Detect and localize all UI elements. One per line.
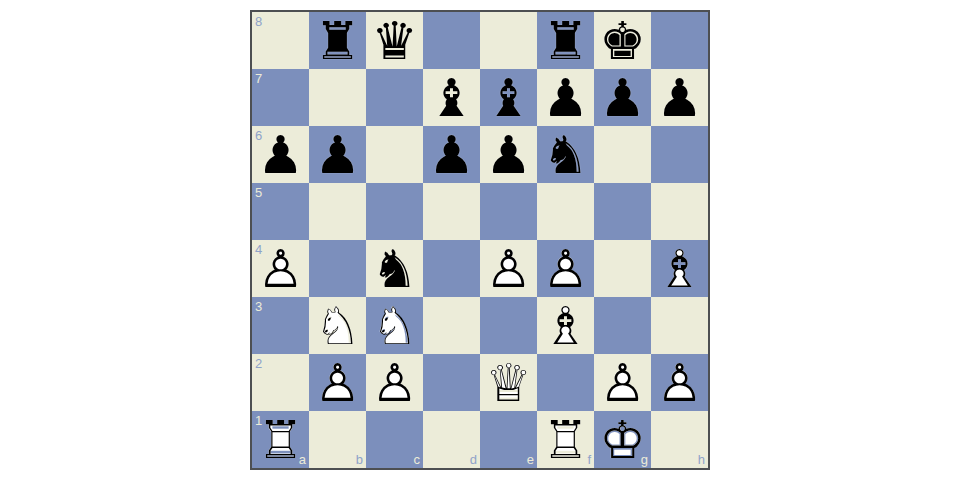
square-g2[interactable]: ♟♙ — [594, 354, 651, 411]
square-h5[interactable] — [651, 183, 708, 240]
square-c7[interactable] — [366, 69, 423, 126]
square-d4[interactable] — [423, 240, 480, 297]
square-a4[interactable]: 4♟♙ — [252, 240, 309, 297]
square-b8[interactable]: ♜ — [309, 12, 366, 69]
square-g3[interactable] — [594, 297, 651, 354]
square-c1[interactable]: c — [366, 411, 423, 468]
piece-outline: ♙ — [309, 354, 366, 411]
piece-black-bishop[interactable]: ♝ — [423, 69, 480, 126]
piece-black-knight[interactable]: ♞ — [537, 126, 594, 183]
square-e1[interactable]: e — [480, 411, 537, 468]
square-c3[interactable]: ♞♘ — [366, 297, 423, 354]
file-label-c: c — [414, 453, 421, 466]
piece-white-knight[interactable]: ♞♘ — [366, 297, 423, 354]
piece-black-pawn[interactable]: ♟ — [480, 126, 537, 183]
square-d5[interactable] — [423, 183, 480, 240]
square-b4[interactable] — [309, 240, 366, 297]
piece-white-pawn[interactable]: ♟♙ — [594, 354, 651, 411]
square-a8[interactable]: 8 — [252, 12, 309, 69]
square-e6[interactable]: ♟ — [480, 126, 537, 183]
square-b6[interactable]: ♟ — [309, 126, 366, 183]
piece-white-bishop[interactable]: ♝♗ — [537, 297, 594, 354]
piece-white-bishop[interactable]: ♝♗ — [651, 240, 708, 297]
piece-black-king[interactable]: ♚ — [594, 12, 651, 69]
square-f2[interactable] — [537, 354, 594, 411]
square-h4[interactable]: ♝♗ — [651, 240, 708, 297]
rank-label-8: 8 — [255, 15, 262, 28]
square-a6[interactable]: 6♟ — [252, 126, 309, 183]
piece-white-pawn[interactable]: ♟♙ — [252, 240, 309, 297]
piece-outline: ♙ — [252, 240, 309, 297]
square-f7[interactable]: ♟ — [537, 69, 594, 126]
square-e7[interactable]: ♝ — [480, 69, 537, 126]
square-d8[interactable] — [423, 12, 480, 69]
piece-outline: ♘ — [309, 297, 366, 354]
chess-board: 8♜♛♜♚7♝♝♟♟♟6♟♟♟♟♞54♟♙♞♟♙♟♙♝♗3♞♘♞♘♝♗2♟♙♟♙… — [250, 10, 710, 470]
rank-label-3: 3 — [255, 300, 262, 313]
square-g5[interactable] — [594, 183, 651, 240]
square-f3[interactable]: ♝♗ — [537, 297, 594, 354]
piece-black-pawn[interactable]: ♟ — [309, 126, 366, 183]
piece-white-queen[interactable]: ♛♕ — [480, 354, 537, 411]
square-e5[interactable] — [480, 183, 537, 240]
piece-outline: ♗ — [537, 297, 594, 354]
square-g8[interactable]: ♚ — [594, 12, 651, 69]
square-d7[interactable]: ♝ — [423, 69, 480, 126]
piece-outline: ♙ — [537, 240, 594, 297]
square-f8[interactable]: ♜ — [537, 12, 594, 69]
piece-white-rook[interactable]: ♜♖ — [252, 411, 309, 468]
square-d2[interactable] — [423, 354, 480, 411]
square-g1[interactable]: g♚♔ — [594, 411, 651, 468]
rank-label-5: 5 — [255, 186, 262, 199]
rank-label-7: 7 — [255, 72, 262, 85]
square-a3[interactable]: 3 — [252, 297, 309, 354]
piece-black-knight[interactable]: ♞ — [366, 240, 423, 297]
square-e3[interactable] — [480, 297, 537, 354]
square-a1[interactable]: 1a♜♖ — [252, 411, 309, 468]
piece-black-pawn[interactable]: ♟ — [537, 69, 594, 126]
square-d3[interactable] — [423, 297, 480, 354]
square-h1[interactable]: h — [651, 411, 708, 468]
square-c5[interactable] — [366, 183, 423, 240]
piece-white-knight[interactable]: ♞♘ — [309, 297, 366, 354]
square-g7[interactable]: ♟ — [594, 69, 651, 126]
square-e8[interactable] — [480, 12, 537, 69]
piece-outline: ♔ — [594, 411, 651, 468]
piece-outline: ♙ — [651, 354, 708, 411]
square-c6[interactable] — [366, 126, 423, 183]
square-b5[interactable] — [309, 183, 366, 240]
piece-white-pawn[interactable]: ♟♙ — [651, 354, 708, 411]
file-label-b: b — [356, 453, 363, 466]
piece-black-pawn[interactable]: ♟ — [594, 69, 651, 126]
square-h7[interactable]: ♟ — [651, 69, 708, 126]
square-h3[interactable] — [651, 297, 708, 354]
square-g6[interactable] — [594, 126, 651, 183]
piece-white-rook[interactable]: ♜♖ — [537, 411, 594, 468]
square-b7[interactable] — [309, 69, 366, 126]
square-b3[interactable]: ♞♘ — [309, 297, 366, 354]
piece-black-pawn[interactable]: ♟ — [252, 126, 309, 183]
piece-outline: ♗ — [651, 240, 708, 297]
square-f5[interactable] — [537, 183, 594, 240]
square-h2[interactable]: ♟♙ — [651, 354, 708, 411]
rank-label-2: 2 — [255, 357, 262, 370]
piece-outline: ♙ — [594, 354, 651, 411]
square-e4[interactable]: ♟♙ — [480, 240, 537, 297]
square-h8[interactable] — [651, 12, 708, 69]
square-c4[interactable]: ♞ — [366, 240, 423, 297]
square-c8[interactable]: ♛ — [366, 12, 423, 69]
piece-white-pawn[interactable]: ♟♙ — [480, 240, 537, 297]
piece-white-pawn[interactable]: ♟♙ — [537, 240, 594, 297]
piece-outline: ♖ — [252, 411, 309, 468]
piece-outline: ♖ — [537, 411, 594, 468]
square-f6[interactable]: ♞ — [537, 126, 594, 183]
square-a2[interactable]: 2 — [252, 354, 309, 411]
piece-black-bishop[interactable]: ♝ — [480, 69, 537, 126]
square-f4[interactable]: ♟♙ — [537, 240, 594, 297]
piece-black-pawn[interactable]: ♟ — [423, 126, 480, 183]
file-label-h: h — [698, 453, 705, 466]
square-b2[interactable]: ♟♙ — [309, 354, 366, 411]
file-label-d: d — [470, 453, 477, 466]
piece-white-pawn[interactable]: ♟♙ — [366, 354, 423, 411]
square-d6[interactable]: ♟ — [423, 126, 480, 183]
piece-white-pawn[interactable]: ♟♙ — [309, 354, 366, 411]
square-a5[interactable]: 5 — [252, 183, 309, 240]
square-b1[interactable]: b — [309, 411, 366, 468]
square-f1[interactable]: f♜♖ — [537, 411, 594, 468]
square-a7[interactable]: 7 — [252, 69, 309, 126]
square-g4[interactable] — [594, 240, 651, 297]
file-label-e: e — [527, 453, 534, 466]
square-d1[interactable]: d — [423, 411, 480, 468]
square-e2[interactable]: ♛♕ — [480, 354, 537, 411]
square-h6[interactable] — [651, 126, 708, 183]
piece-black-pawn[interactable]: ♟ — [651, 69, 708, 126]
square-c2[interactable]: ♟♙ — [366, 354, 423, 411]
piece-outline: ♙ — [480, 240, 537, 297]
piece-outline: ♕ — [480, 354, 537, 411]
piece-outline: ♘ — [366, 297, 423, 354]
piece-black-rook[interactable]: ♜ — [309, 12, 366, 69]
piece-outline: ♙ — [366, 354, 423, 411]
piece-white-king[interactable]: ♚♔ — [594, 411, 651, 468]
piece-black-rook[interactable]: ♜ — [537, 12, 594, 69]
piece-black-queen[interactable]: ♛ — [366, 12, 423, 69]
